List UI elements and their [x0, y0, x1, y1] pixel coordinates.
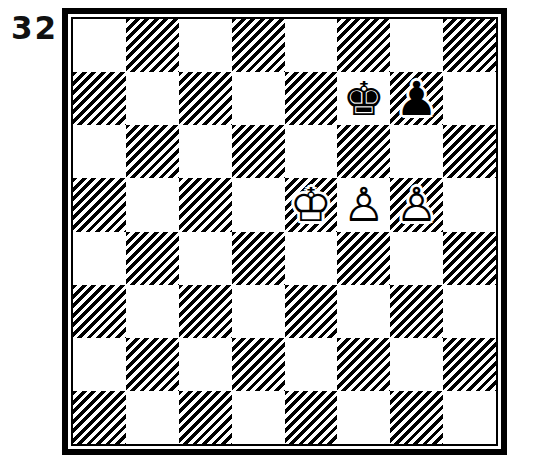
square-h3 [443, 285, 496, 338]
square-e3 [285, 285, 338, 338]
square-d1 [232, 391, 285, 444]
square-h4 [443, 232, 496, 285]
white-pawn: ♟♙ [343, 181, 385, 228]
square-a1 [73, 391, 126, 444]
square-c4 [179, 232, 232, 285]
square-e1 [285, 391, 338, 444]
white-king: ♚♔ [290, 181, 332, 228]
square-d6 [232, 125, 285, 178]
square-h8 [443, 19, 496, 72]
square-b1 [126, 391, 179, 444]
square-b6 [126, 125, 179, 178]
square-c5 [179, 178, 232, 231]
square-a2 [73, 338, 126, 391]
square-c7 [179, 72, 232, 125]
square-b7 [126, 72, 179, 125]
diagram-number: 32 [11, 9, 58, 47]
square-c1 [179, 391, 232, 444]
square-c6 [179, 125, 232, 178]
square-g6 [390, 125, 443, 178]
square-h7 [443, 72, 496, 125]
square-a7 [73, 72, 126, 125]
square-e6 [285, 125, 338, 178]
square-e8 [285, 19, 338, 72]
square-h5 [443, 178, 496, 231]
square-a4 [73, 232, 126, 285]
square-f5: ♟♙ [337, 178, 390, 231]
square-d2 [232, 338, 285, 391]
square-h6 [443, 125, 496, 178]
square-e2 [285, 338, 338, 391]
square-g7: ♟ [390, 72, 443, 125]
square-e5: ♚♔ [285, 178, 338, 231]
white-pawn: ♟♙ [396, 181, 438, 228]
board-grid: ♚♟♚♔♟♙♟♙ [73, 19, 496, 444]
black-pawn: ♟ [396, 75, 438, 122]
square-b5 [126, 178, 179, 231]
square-g3 [390, 285, 443, 338]
square-b8 [126, 19, 179, 72]
square-g2 [390, 338, 443, 391]
square-d7 [232, 72, 285, 125]
square-b3 [126, 285, 179, 338]
square-f1 [337, 391, 390, 444]
square-g5: ♟♙ [390, 178, 443, 231]
square-a6 [73, 125, 126, 178]
square-f3 [337, 285, 390, 338]
square-d4 [232, 232, 285, 285]
square-a3 [73, 285, 126, 338]
square-h1 [443, 391, 496, 444]
square-b4 [126, 232, 179, 285]
square-a5 [73, 178, 126, 231]
square-e4 [285, 232, 338, 285]
square-d8 [232, 19, 285, 72]
square-d3 [232, 285, 285, 338]
square-b2 [126, 338, 179, 391]
square-c8 [179, 19, 232, 72]
square-c3 [179, 285, 232, 338]
black-king: ♚ [343, 75, 385, 122]
square-h2 [443, 338, 496, 391]
square-g8 [390, 19, 443, 72]
square-g4 [390, 232, 443, 285]
square-a8 [73, 19, 126, 72]
chess-board: ♚♟♚♔♟♙♟♙ [62, 8, 507, 455]
square-e7 [285, 72, 338, 125]
square-f8 [337, 19, 390, 72]
square-f6 [337, 125, 390, 178]
square-c2 [179, 338, 232, 391]
square-g1 [390, 391, 443, 444]
square-d5 [232, 178, 285, 231]
board-inner-frame: ♚♟♚♔♟♙♟♙ [71, 17, 498, 446]
square-f7: ♚ [337, 72, 390, 125]
square-f2 [337, 338, 390, 391]
square-f4 [337, 232, 390, 285]
